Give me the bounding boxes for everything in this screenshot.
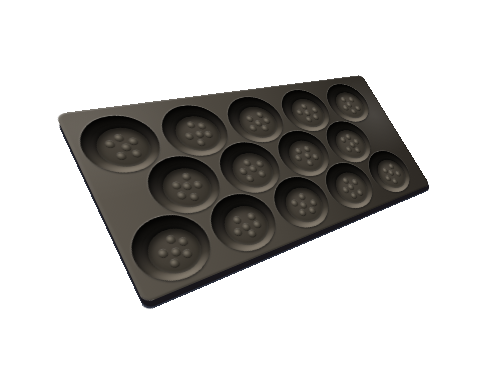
- vent-dimple: [157, 249, 169, 259]
- baking-tray: [55, 75, 430, 304]
- product-photo-stage: [0, 0, 480, 369]
- vent-dimple: [242, 222, 252, 230]
- vent-dimple: [255, 161, 264, 168]
- vent-dimple: [253, 220, 262, 228]
- vent-dimple: [312, 114, 319, 119]
- vent-dimple: [233, 228, 243, 237]
- vent-dimple: [121, 143, 132, 151]
- vent-dimple: [382, 168, 389, 174]
- vent-dimple: [308, 207, 316, 214]
- mould-floor: [226, 150, 280, 193]
- vent-dimple: [197, 123, 207, 130]
- mould-floor: [372, 157, 411, 192]
- vent-dimple: [249, 125, 258, 131]
- vent-dimple: [182, 182, 193, 190]
- vent-dimple: [310, 199, 318, 206]
- vent-dimple: [300, 104, 307, 109]
- vent-dimple: [113, 134, 125, 142]
- vent-dimple: [169, 258, 181, 268]
- vent-dimple: [177, 192, 188, 200]
- vent-dimple: [249, 165, 258, 172]
- vent-dimple: [195, 131, 205, 138]
- vent-dimple: [182, 249, 193, 259]
- vent-dimple: [204, 131, 214, 138]
- vent-dimple: [304, 152, 312, 158]
- vent-dimple: [356, 189, 363, 195]
- mould-cavity: [119, 207, 221, 293]
- vent-dimple: [298, 193, 306, 200]
- vent-dimple: [296, 110, 303, 116]
- vent-dimple: [388, 164, 394, 170]
- mould-floor: [330, 128, 371, 162]
- vent-dimple: [233, 216, 243, 224]
- vent-dimple: [295, 155, 303, 161]
- vent-dimple: [385, 175, 392, 181]
- vent-dimple: [131, 150, 142, 158]
- vent-dimple: [307, 160, 315, 166]
- vent-dimple: [197, 139, 207, 146]
- mould-floor: [169, 114, 227, 155]
- mould-floor: [279, 184, 329, 228]
- vent-dimple: [181, 173, 191, 181]
- vent-dimple: [165, 235, 177, 245]
- vent-dimple: [311, 108, 318, 113]
- vent-dimple: [303, 146, 311, 152]
- mould-floor: [331, 91, 370, 121]
- mould-floor: [233, 105, 283, 141]
- vent-dimple: [128, 138, 139, 146]
- mould-floor: [140, 223, 209, 282]
- mould-floor: [155, 164, 218, 213]
- vent-dimple: [352, 179, 359, 185]
- vent-dimple: [395, 171, 401, 177]
- vent-dimple: [388, 170, 394, 176]
- vent-dimple: [184, 133, 194, 140]
- vent-dimple: [312, 154, 320, 160]
- vent-dimple: [263, 118, 271, 124]
- mould-floor: [217, 201, 275, 251]
- mould-floor: [283, 138, 330, 176]
- vent-dimple: [342, 177, 349, 183]
- vent-dimple: [116, 152, 128, 160]
- vent-dimple: [295, 148, 303, 154]
- vent-dimple: [189, 193, 200, 201]
- vent-dimple: [258, 171, 267, 178]
- vent-dimple: [299, 209, 307, 216]
- vent-dimple: [348, 98, 354, 103]
- vent-dimple: [290, 199, 299, 206]
- vent-dimple: [305, 117, 312, 123]
- vent-dimple: [261, 125, 269, 131]
- vent-dimple: [247, 212, 257, 220]
- vent-dimple: [345, 134, 352, 140]
- vent-dimple: [340, 137, 347, 143]
- mould-floor: [330, 169, 374, 208]
- vent-dimple: [392, 178, 398, 184]
- vent-dimple: [248, 229, 258, 238]
- mould-floor: [286, 97, 330, 130]
- vent-dimple: [299, 201, 307, 208]
- vent-dimple: [340, 97, 347, 102]
- vent-dimple: [350, 192, 357, 199]
- vent-dimple: [171, 181, 182, 189]
- vent-dimple: [304, 111, 311, 116]
- vent-dimple: [245, 116, 254, 122]
- vent-dimple: [256, 112, 264, 118]
- vent-dimple: [170, 247, 182, 257]
- vent-dimple: [239, 168, 248, 175]
- vent-dimple: [354, 147, 361, 153]
- mould-floor: [89, 125, 158, 172]
- vent-dimple: [346, 147, 353, 153]
- vent-dimple: [104, 140, 116, 148]
- vent-dimple: [186, 122, 196, 129]
- vent-dimple: [246, 175, 255, 182]
- vent-dimple: [178, 237, 189, 246]
- vent-dimple: [193, 181, 203, 189]
